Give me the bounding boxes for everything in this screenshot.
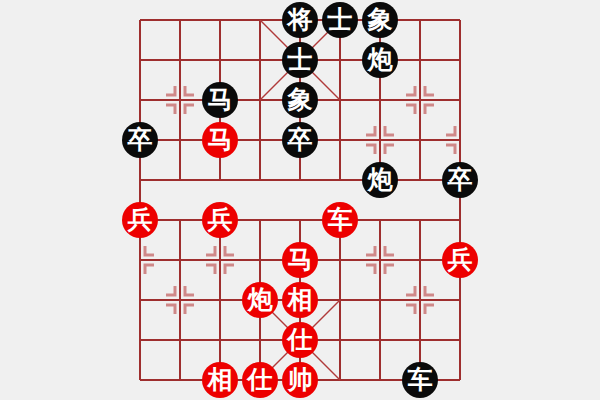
piece-red-general[interactable]: 帅 [282, 362, 318, 398]
piece-black-general[interactable]: 将 [282, 2, 318, 38]
xiangqi-board: 将士象士炮马象卒马卒炮卒兵兵车马兵炮相仕相仕帅车 [120, 0, 480, 400]
piece-red-soldier[interactable]: 兵 [442, 242, 478, 278]
piece-black-soldier[interactable]: 卒 [122, 122, 158, 158]
piece-grid: 将士象士炮马象卒马卒炮卒兵兵车马兵炮相仕相仕帅车 [120, 0, 480, 400]
piece-black-cannon[interactable]: 炮 [362, 42, 398, 78]
piece-black-elephant[interactable]: 象 [362, 2, 398, 38]
piece-red-horse[interactable]: 马 [202, 122, 238, 158]
xiangqi-diagram: 将士象士炮马象卒马卒炮卒兵兵车马兵炮相仕相仕帅车 [0, 0, 600, 400]
piece-red-chariot[interactable]: 车 [322, 202, 358, 238]
piece-black-soldier[interactable]: 卒 [282, 122, 318, 158]
piece-black-chariot[interactable]: 车 [402, 362, 438, 398]
piece-black-advisor[interactable]: 士 [322, 2, 358, 38]
piece-red-elephant[interactable]: 相 [202, 362, 238, 398]
piece-red-cannon[interactable]: 炮 [242, 282, 278, 318]
piece-black-horse[interactable]: 马 [202, 82, 238, 118]
piece-red-horse[interactable]: 马 [282, 242, 318, 278]
piece-black-elephant[interactable]: 象 [282, 82, 318, 118]
piece-black-cannon[interactable]: 炮 [362, 162, 398, 198]
piece-black-advisor[interactable]: 士 [282, 42, 318, 78]
piece-black-soldier[interactable]: 卒 [442, 162, 478, 198]
piece-red-advisor[interactable]: 仕 [282, 322, 318, 358]
piece-red-advisor[interactable]: 仕 [242, 362, 278, 398]
piece-red-soldier[interactable]: 兵 [122, 202, 158, 238]
piece-red-soldier[interactable]: 兵 [202, 202, 238, 238]
piece-red-elephant[interactable]: 相 [282, 282, 318, 318]
